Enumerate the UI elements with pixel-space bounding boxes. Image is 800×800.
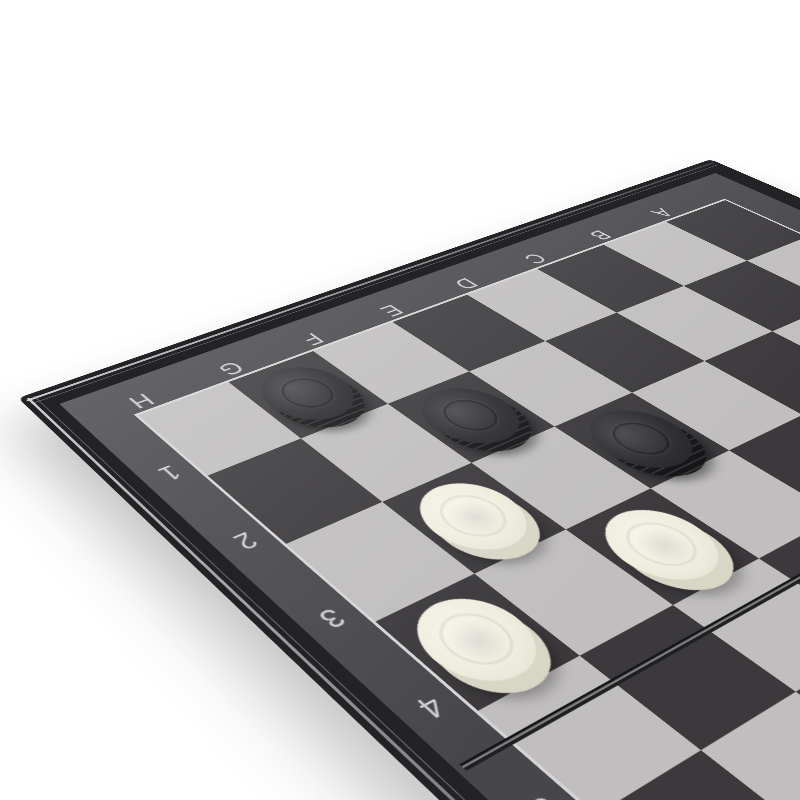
board-frame: HGFEDCBA 12345678: [18, 159, 800, 800]
board-3d-wrapper: HGFEDCBA 12345678: [18, 159, 800, 800]
photo-stage: HGFEDCBA 12345678: [0, 0, 800, 800]
checkers-board: HGFEDCBA 12345678: [59, 173, 800, 800]
